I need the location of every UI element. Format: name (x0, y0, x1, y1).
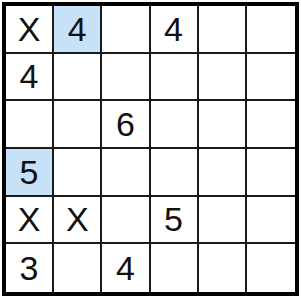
grid-cell-r4c2[interactable] (54, 149, 102, 197)
grid-cell-r6c1[interactable]: 3 (6, 244, 54, 292)
grid-cell-r3c4[interactable] (151, 101, 199, 149)
grid-cell-r2c2[interactable] (54, 54, 102, 102)
grid-cell-r2c4[interactable] (151, 54, 199, 102)
grid-cell-r6c3[interactable]: 4 (102, 244, 150, 292)
grid-cell-r2c3[interactable] (102, 54, 150, 102)
grid-cell-r5c1[interactable]: X (6, 197, 54, 245)
grid-cell-r3c1[interactable] (6, 101, 54, 149)
grid-cell-r3c5[interactable] (199, 101, 247, 149)
grid-cell-r5c6[interactable] (247, 197, 295, 245)
grid-cell-r2c1[interactable]: 4 (6, 54, 54, 102)
grid-cell-r4c6[interactable] (247, 149, 295, 197)
grid-cell-r3c3[interactable]: 6 (102, 101, 150, 149)
grid-cell-r1c1[interactable]: X (6, 6, 54, 54)
grid-cell-r1c3[interactable] (102, 6, 150, 54)
grid-cell-r4c5[interactable] (199, 149, 247, 197)
grid-cell-r1c4[interactable]: 4 (151, 6, 199, 54)
puzzle-board: X44465XX534 (2, 2, 299, 296)
grid-cell-r4c4[interactable] (151, 149, 199, 197)
grid-cell-r1c6[interactable] (247, 6, 295, 54)
grid-cell-r6c6[interactable] (247, 244, 295, 292)
grid-cell-r5c3[interactable] (102, 197, 150, 245)
grid-cell-r2c5[interactable] (199, 54, 247, 102)
grid-cell-r4c3[interactable] (102, 149, 150, 197)
grid-cell-r3c2[interactable] (54, 101, 102, 149)
grid-cell-r4c1[interactable]: 5 (6, 149, 54, 197)
grid-cell-r1c2[interactable]: 4 (54, 6, 102, 54)
grid-cell-r3c6[interactable] (247, 101, 295, 149)
grid-cell-r5c2[interactable]: X (54, 197, 102, 245)
grid-cell-r5c4[interactable]: 5 (151, 197, 199, 245)
grid-cell-r5c5[interactable] (199, 197, 247, 245)
grid-cell-r6c5[interactable] (199, 244, 247, 292)
grid-cell-r6c4[interactable] (151, 244, 199, 292)
grid-cell-r1c5[interactable] (199, 6, 247, 54)
grid-cell-r2c6[interactable] (247, 54, 295, 102)
grid-cell-r6c2[interactable] (54, 244, 102, 292)
